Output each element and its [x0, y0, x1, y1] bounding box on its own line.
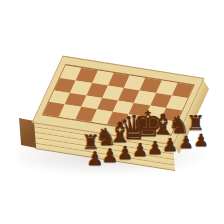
chess-set-photo: ♜♞♝♛♚♝♞♜♟♟♟♟♟♟♟♟	[0, 0, 224, 224]
piece-dark-pawn: ♟	[193, 132, 208, 149]
piece-dark-pawn: ♟	[147, 139, 163, 157]
board-side-left	[19, 118, 36, 148]
piece-dark-pawn: ♟	[162, 136, 178, 154]
piece-dark-pawn: ♟	[132, 141, 148, 159]
piece-dark-pawn: ♟	[117, 144, 133, 162]
piece-dark-pawn: ♟	[178, 134, 193, 151]
